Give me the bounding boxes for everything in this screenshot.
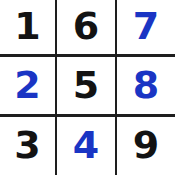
sudoku-cell-r2c1[interactable]: 4 (57, 117, 117, 175)
cell-digit: 3 (14, 126, 40, 164)
cell-digit: 2 (14, 66, 40, 104)
cell-digit: 4 (73, 126, 99, 164)
cell-digit: 8 (133, 66, 159, 104)
sudoku-cell-r1c2[interactable]: 8 (117, 57, 175, 117)
sudoku-cell-r0c1[interactable]: 6 (57, 0, 117, 57)
sudoku-cell-r1c0[interactable]: 2 (0, 57, 57, 117)
cell-digit: 6 (73, 7, 99, 45)
cell-digit: 7 (133, 7, 159, 45)
sudoku-cell-r2c0[interactable]: 3 (0, 117, 57, 175)
sudoku-cell-r0c0[interactable]: 1 (0, 0, 57, 57)
sudoku-cell-r1c1[interactable]: 5 (57, 57, 117, 117)
sudoku-cell-r2c2[interactable]: 9 (117, 117, 175, 175)
sudoku-cell-r0c2[interactable]: 7 (117, 0, 175, 57)
cell-digit: 5 (73, 66, 99, 104)
cell-digit: 9 (133, 126, 159, 164)
cell-digit: 1 (14, 7, 40, 45)
sudoku-board: 1 6 7 2 5 8 3 4 9 (0, 0, 175, 175)
